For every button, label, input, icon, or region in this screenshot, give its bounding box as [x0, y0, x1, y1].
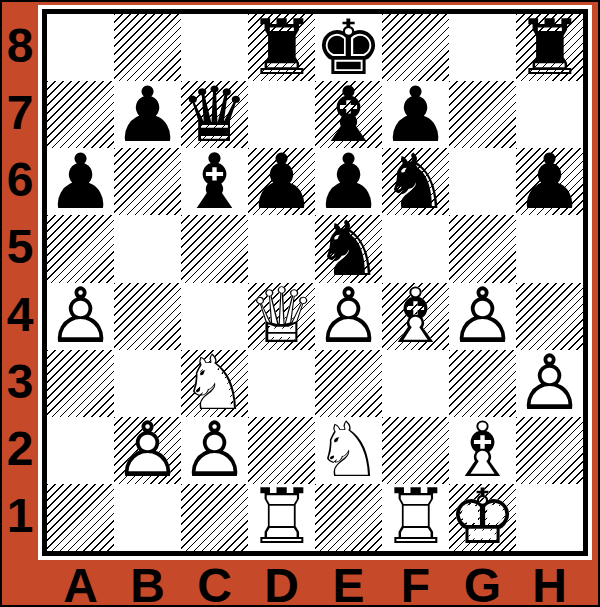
piece-black-bishop: ♝ [315, 81, 382, 148]
square-h1[interactable] [516, 484, 583, 551]
piece-fill-pawn: ♟ [449, 283, 516, 350]
file-label-E: E [315, 558, 382, 607]
piece-fill-pawn: ♟ [315, 283, 382, 350]
square-c3[interactable]: ♞♘ [181, 350, 248, 417]
piece-white-pawn: ♙ [315, 283, 382, 350]
square-h6[interactable]: ♟ [516, 148, 583, 215]
square-e1[interactable] [315, 484, 382, 551]
square-b8[interactable] [114, 14, 181, 81]
piece-white-pawn: ♙ [181, 417, 248, 484]
square-b4[interactable] [114, 283, 181, 350]
square-d2[interactable] [248, 417, 315, 484]
square-h7[interactable] [516, 81, 583, 148]
piece-white-pawn: ♙ [47, 283, 114, 350]
square-b1[interactable] [114, 484, 181, 551]
piece-black-rook: ♜ [516, 14, 583, 81]
square-e2[interactable]: ♞♘ [315, 417, 382, 484]
piece-black-king: ♚ [315, 14, 382, 81]
rank-label-3: 3 [2, 348, 38, 415]
square-g7[interactable] [449, 81, 516, 148]
square-f6[interactable]: ♞ [382, 148, 449, 215]
square-g1[interactable]: ♚♔ [449, 484, 516, 551]
square-a2[interactable] [47, 417, 114, 484]
square-f3[interactable] [382, 350, 449, 417]
square-d8[interactable]: ♜ [248, 14, 315, 81]
square-c7[interactable]: ♛ [181, 81, 248, 148]
piece-white-knight: ♘ [315, 417, 382, 484]
square-g2[interactable]: ♝♗ [449, 417, 516, 484]
rank-label-1: 1 [2, 482, 38, 549]
piece-fill-pawn: ♟ [47, 283, 114, 350]
square-e8[interactable]: ♚ [315, 14, 382, 81]
piece-fill-knight: ♞ [315, 417, 382, 484]
rank-labels: 87654321 [2, 12, 38, 549]
square-h5[interactable] [516, 215, 583, 282]
square-g4[interactable]: ♟♙ [449, 283, 516, 350]
piece-fill-pawn: ♟ [114, 417, 181, 484]
piece-black-knight: ♞ [315, 215, 382, 282]
piece-white-queen: ♕ [248, 283, 315, 350]
square-d3[interactable] [248, 350, 315, 417]
square-b3[interactable] [114, 350, 181, 417]
square-d4[interactable]: ♛♕ [248, 283, 315, 350]
piece-black-pawn: ♟ [248, 148, 315, 215]
piece-white-pawn: ♙ [449, 283, 516, 350]
piece-white-bishop: ♗ [382, 283, 449, 350]
square-f1[interactable]: ♜♖ [382, 484, 449, 551]
piece-fill-rook: ♜ [382, 484, 449, 551]
square-a3[interactable] [47, 350, 114, 417]
file-label-C: C [181, 558, 248, 607]
piece-white-king: ♔ [449, 484, 516, 551]
square-c1[interactable] [181, 484, 248, 551]
piece-black-pawn: ♟ [516, 148, 583, 215]
rank-label-8: 8 [2, 12, 38, 79]
rank-label-4: 4 [2, 281, 38, 348]
piece-fill-king: ♚ [449, 484, 516, 551]
piece-fill-bishop: ♝ [382, 283, 449, 350]
piece-fill-knight: ♞ [181, 350, 248, 417]
file-label-G: G [449, 558, 516, 607]
piece-white-bishop: ♗ [449, 417, 516, 484]
piece-fill-rook: ♜ [248, 484, 315, 551]
square-f8[interactable] [382, 14, 449, 81]
square-c4[interactable] [181, 283, 248, 350]
square-b2[interactable]: ♟♙ [114, 417, 181, 484]
square-e5[interactable]: ♞ [315, 215, 382, 282]
file-label-B: B [114, 558, 181, 607]
square-c5[interactable] [181, 215, 248, 282]
square-h3[interactable]: ♟♙ [516, 350, 583, 417]
chess-diagram-page: 87654321 ABCDEFGH ♜♚♜♟♛♝♟♟♝♟♟♞♟♞♟♙♛♕♟♙♝♗… [0, 0, 600, 607]
piece-white-rook: ♖ [382, 484, 449, 551]
file-label-A: A [47, 558, 114, 607]
square-c2[interactable]: ♟♙ [181, 417, 248, 484]
file-label-D: D [248, 558, 315, 607]
square-f7[interactable]: ♟ [382, 81, 449, 148]
piece-fill-queen: ♛ [248, 283, 315, 350]
square-f2[interactable] [382, 417, 449, 484]
square-a6[interactable]: ♟ [47, 148, 114, 215]
square-d5[interactable] [248, 215, 315, 282]
square-f4[interactable]: ♝♗ [382, 283, 449, 350]
square-h8[interactable]: ♜ [516, 14, 583, 81]
square-f5[interactable] [382, 215, 449, 282]
square-a5[interactable] [47, 215, 114, 282]
rank-label-7: 7 [2, 79, 38, 146]
square-b5[interactable] [114, 215, 181, 282]
piece-white-pawn: ♙ [516, 350, 583, 417]
file-label-H: H [516, 558, 583, 607]
square-g5[interactable] [449, 215, 516, 282]
piece-white-rook: ♖ [248, 484, 315, 551]
file-labels: ABCDEFGH [47, 558, 583, 603]
square-a1[interactable] [47, 484, 114, 551]
square-a4[interactable]: ♟♙ [47, 283, 114, 350]
square-h4[interactable] [516, 283, 583, 350]
square-h2[interactable] [516, 417, 583, 484]
piece-black-pawn: ♟ [315, 148, 382, 215]
rank-label-2: 2 [2, 415, 38, 482]
chess-board: ♜♚♜♟♛♝♟♟♝♟♟♞♟♞♟♙♛♕♟♙♝♗♟♙♞♘♟♙♟♙♟♙♞♘♝♗♜♖♜♖… [47, 14, 583, 551]
piece-white-knight: ♘ [181, 350, 248, 417]
square-g8[interactable] [449, 14, 516, 81]
square-c6[interactable]: ♝ [181, 148, 248, 215]
square-d6[interactable]: ♟ [248, 148, 315, 215]
piece-fill-pawn: ♟ [516, 350, 583, 417]
piece-black-bishop: ♝ [181, 148, 248, 215]
piece-white-pawn: ♙ [114, 417, 181, 484]
square-a7[interactable] [47, 81, 114, 148]
piece-black-pawn: ♟ [114, 81, 181, 148]
piece-fill-pawn: ♟ [181, 417, 248, 484]
square-b6[interactable] [114, 148, 181, 215]
piece-fill-bishop: ♝ [449, 417, 516, 484]
piece-black-queen: ♛ [181, 81, 248, 148]
square-e4[interactable]: ♟♙ [315, 283, 382, 350]
square-d1[interactable]: ♜♖ [248, 484, 315, 551]
square-b7[interactable]: ♟ [114, 81, 181, 148]
square-g6[interactable] [449, 148, 516, 215]
square-e6[interactable]: ♟ [315, 148, 382, 215]
piece-black-knight: ♞ [382, 148, 449, 215]
square-c8[interactable] [181, 14, 248, 81]
square-e3[interactable] [315, 350, 382, 417]
square-a8[interactable] [47, 14, 114, 81]
square-g3[interactable] [449, 350, 516, 417]
board-border: ♜♚♜♟♛♝♟♟♝♟♟♞♟♞♟♙♛♕♟♙♝♗♟♙♞♘♟♙♟♙♟♙♞♘♝♗♜♖♜♖… [42, 9, 588, 556]
square-e7[interactable]: ♝ [315, 81, 382, 148]
rank-label-5: 5 [2, 213, 38, 280]
piece-black-pawn: ♟ [47, 148, 114, 215]
piece-black-pawn: ♟ [382, 81, 449, 148]
board-frame: ♜♚♜♟♛♝♟♟♝♟♟♞♟♞♟♙♛♕♟♙♝♗♟♙♞♘♟♙♟♙♟♙♞♘♝♗♜♖♜♖… [38, 5, 592, 560]
rank-label-6: 6 [2, 146, 38, 213]
square-d7[interactable] [248, 81, 315, 148]
piece-black-rook: ♜ [248, 14, 315, 81]
file-label-F: F [382, 558, 449, 607]
